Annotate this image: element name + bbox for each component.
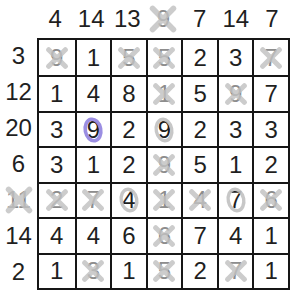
cell-value: 2 [193, 118, 206, 142]
column-targets: 4141397147 [37, 0, 290, 38]
cell-r5c3[interactable]: 4 [110, 182, 146, 217]
cell-r4c2[interactable]: 1 [75, 146, 111, 181]
cell-r7c4[interactable]: 5 [146, 253, 182, 288]
cell-r3c2[interactable]: 9 [75, 111, 111, 146]
cell-r7c6[interactable]: 7 [217, 253, 253, 288]
cell-r1c7[interactable]: 7 [252, 40, 288, 75]
cell-value: 3 [50, 118, 63, 142]
col-target-2: 14 [73, 0, 109, 38]
cell-value: 1 [158, 188, 171, 212]
cell-value: 4 [122, 188, 135, 212]
cell-r3c4[interactable]: 9 [146, 111, 182, 146]
cell-r1c6[interactable]: 3 [217, 40, 253, 75]
cell-value: 5 [122, 46, 135, 70]
cell-value: 1 [87, 153, 100, 177]
cell-r6c4[interactable]: 6 [146, 217, 182, 252]
cell-value: 4 [50, 224, 63, 248]
cell-r1c4[interactable]: 5 [146, 40, 182, 75]
col-target-1: 4 [37, 0, 73, 38]
row-target-4: 6 [0, 146, 37, 182]
col-target-3: 13 [109, 0, 145, 38]
cell-r6c7[interactable]: 1 [252, 217, 288, 252]
cell-r3c7[interactable]: 3 [252, 111, 288, 146]
cell-value: 3 [265, 118, 278, 142]
cell-value: 8 [122, 82, 135, 106]
col-target-4: 9 [145, 0, 181, 38]
cell-r7c7[interactable]: 1 [252, 253, 288, 288]
cell-r1c3[interactable]: 5 [110, 40, 146, 75]
cell-r3c1[interactable]: 3 [39, 111, 75, 146]
cell-value: 4 [193, 188, 206, 212]
cell-value: 5 [158, 259, 171, 283]
cell-value: 2 [122, 153, 135, 177]
cell-value: 4 [229, 224, 242, 248]
cell-value: 7 [87, 188, 100, 212]
cell-value: 7 [229, 188, 242, 212]
cell-value: 1 [50, 259, 63, 283]
cell-value: 1 [265, 224, 278, 248]
cell-r4c1[interactable]: 3 [39, 146, 75, 181]
cell-value: 7 [265, 82, 278, 106]
cell-r7c5[interactable]: 2 [181, 253, 217, 288]
cell-r6c1[interactable]: 4 [39, 217, 75, 252]
row-target-6: 14 [0, 218, 37, 254]
sumplete-board: 4141397147 31220611142 91552371481597392… [0, 0, 300, 298]
cell-r6c5[interactable]: 7 [181, 217, 217, 252]
cell-value: 1 [50, 82, 63, 106]
row-target-1: 3 [0, 38, 37, 74]
cell-r5c2[interactable]: 7 [75, 182, 111, 217]
puzzle-grid: 9155237148159739292333129512274147644667… [37, 38, 290, 290]
cell-r5c6[interactable]: 7 [217, 182, 253, 217]
col-target-5: 7 [182, 0, 218, 38]
col-target-6: 14 [218, 0, 254, 38]
cell-r1c5[interactable]: 2 [181, 40, 217, 75]
cell-value: 6 [122, 224, 135, 248]
cell-value: 1 [158, 82, 171, 106]
col-target-7: 7 [254, 0, 290, 38]
cell-value: 1 [122, 259, 135, 283]
cell-value: 1 [265, 259, 278, 283]
cell-value: 3 [229, 118, 242, 142]
cell-value: 9 [158, 153, 171, 177]
cell-value: 6 [158, 224, 171, 248]
cell-r7c2[interactable]: 3 [75, 253, 111, 288]
cell-value: 2 [265, 153, 278, 177]
row-targets: 31220611142 [0, 38, 37, 290]
cell-r6c6[interactable]: 4 [217, 217, 253, 252]
row-target-5: 11 [0, 182, 37, 218]
cell-value: 7 [229, 259, 242, 283]
cell-r5c7[interactable]: 6 [252, 182, 288, 217]
row-target-2: 12 [0, 74, 37, 110]
cell-value: 9 [158, 118, 171, 142]
cell-r2c4[interactable]: 1 [146, 75, 182, 110]
cell-value: 9 [229, 82, 242, 106]
cell-r3c3[interactable]: 2 [110, 111, 146, 146]
cell-value: 5 [158, 46, 171, 70]
cell-value: 2 [193, 259, 206, 283]
row-target-7: 2 [0, 254, 37, 290]
cell-r3c5[interactable]: 2 [181, 111, 217, 146]
cell-r4c7[interactable]: 2 [252, 146, 288, 181]
cell-r4c5[interactable]: 5 [181, 146, 217, 181]
cell-value: 7 [193, 224, 206, 248]
cell-r2c1[interactable]: 1 [39, 75, 75, 110]
cell-value: 9 [50, 46, 63, 70]
cell-r1c2[interactable]: 1 [75, 40, 111, 75]
cell-value: 6 [265, 188, 278, 212]
cell-value: 1 [87, 46, 100, 70]
cell-value: 4 [87, 82, 100, 106]
cell-r1c1[interactable]: 9 [39, 40, 75, 75]
cell-r2c7[interactable]: 7 [252, 75, 288, 110]
cell-r4c3[interactable]: 2 [110, 146, 146, 181]
cell-value: 2 [50, 188, 63, 212]
cell-r5c4[interactable]: 1 [146, 182, 182, 217]
cell-value: 3 [87, 259, 100, 283]
cell-r5c5[interactable]: 4 [181, 182, 217, 217]
cell-value: 5 [193, 82, 206, 106]
cell-r3c6[interactable]: 3 [217, 111, 253, 146]
cell-value: 3 [229, 46, 242, 70]
row-target-3: 20 [0, 110, 37, 146]
cell-r2c6[interactable]: 9 [217, 75, 253, 110]
cell-value: 2 [122, 118, 135, 142]
cell-value: 5 [193, 153, 206, 177]
cell-r6c2[interactable]: 4 [75, 217, 111, 252]
cell-value: 7 [265, 46, 278, 70]
cell-r6c3[interactable]: 6 [110, 217, 146, 252]
cell-r2c5[interactable]: 5 [181, 75, 217, 110]
cell-value: 9 [87, 118, 100, 142]
cell-r2c2[interactable]: 4 [75, 75, 111, 110]
cell-r4c6[interactable]: 1 [217, 146, 253, 181]
cell-value: 1 [229, 153, 242, 177]
cell-value: 4 [87, 224, 100, 248]
cell-value: 2 [193, 46, 206, 70]
cell-r2c3[interactable]: 8 [110, 75, 146, 110]
cell-r5c1[interactable]: 2 [39, 182, 75, 217]
cell-value: 3 [50, 153, 63, 177]
cell-r7c1[interactable]: 1 [39, 253, 75, 288]
cell-r4c4[interactable]: 9 [146, 146, 182, 181]
cell-r7c3[interactable]: 1 [110, 253, 146, 288]
